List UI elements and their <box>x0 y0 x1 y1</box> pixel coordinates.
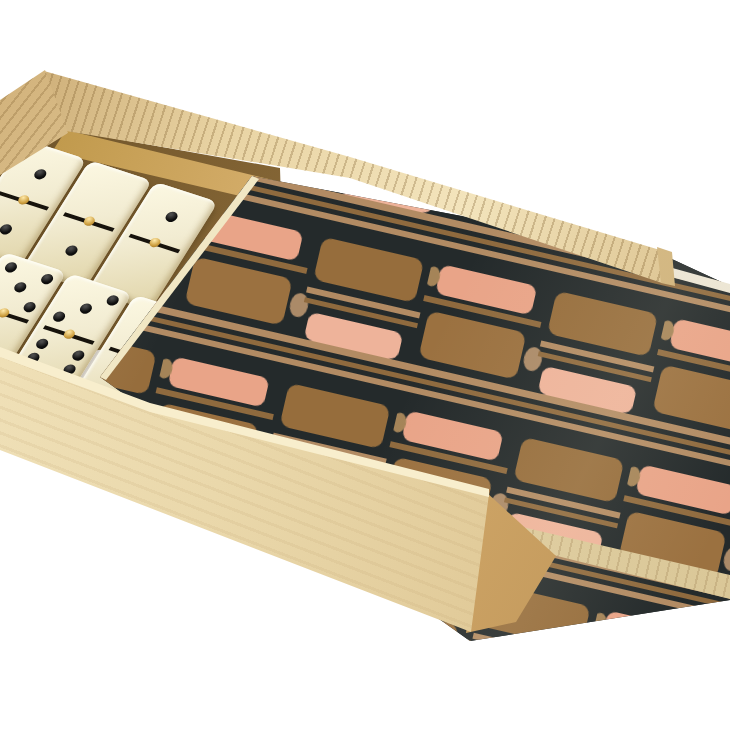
pip <box>163 210 179 223</box>
domino-box-photo <box>0 0 730 730</box>
pip <box>32 167 48 180</box>
pip <box>0 222 14 235</box>
pip <box>39 272 55 285</box>
pip <box>0 288 2 301</box>
pip <box>104 293 120 306</box>
pip <box>12 280 28 293</box>
pip <box>3 260 19 273</box>
pip <box>34 337 50 350</box>
pip <box>51 310 67 323</box>
pip <box>63 244 79 257</box>
pip <box>70 348 86 361</box>
pip <box>21 300 37 313</box>
pip <box>77 301 93 314</box>
